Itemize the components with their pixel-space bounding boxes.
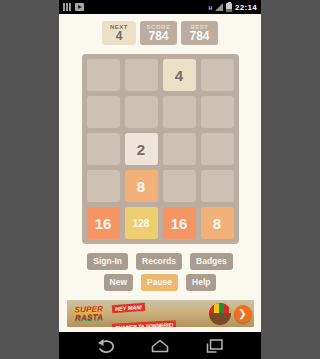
- tile-16: 16: [163, 207, 196, 239]
- best-box: BEST 784: [181, 21, 218, 45]
- tile-2: 2: [125, 133, 158, 165]
- android-nav-bar: [59, 332, 261, 359]
- next-value: 4: [102, 30, 136, 43]
- badges-button[interactable]: Badges: [190, 253, 233, 270]
- ad-cta-arrow-icon[interactable]: ❯: [234, 305, 252, 323]
- signal-icon: [215, 3, 223, 11]
- recents-icon[interactable]: [203, 338, 225, 354]
- notification-bars-icon: [63, 3, 71, 11]
- battery-icon: [226, 3, 232, 12]
- empty-cell: [125, 59, 158, 91]
- new-game-button[interactable]: New: [104, 274, 133, 291]
- sign-in-button[interactable]: Sign-In: [87, 253, 128, 270]
- menu-row-1: Sign-In Records Badges: [59, 253, 261, 270]
- ad-headline: HEY MAN!: [111, 302, 145, 312]
- status-bar: H 22:14: [59, 0, 261, 14]
- empty-cell: [163, 170, 196, 202]
- empty-cell: [201, 96, 234, 128]
- empty-cell: [87, 59, 120, 91]
- board[interactable]: 42816128168: [82, 54, 239, 244]
- score-value: 784: [140, 30, 177, 43]
- tile-8: 8: [125, 170, 158, 202]
- phone-screen: H 22:14 NEXT 4 SCORE 784 BEST 784 428161…: [59, 0, 261, 359]
- pause-button[interactable]: Pause: [141, 274, 178, 291]
- best-value: 784: [181, 30, 218, 43]
- network-type-label: H: [208, 5, 212, 11]
- ad-banner[interactable]: SUPER RASTA HEY MAN! CHANGE TA SONNERIE!…: [67, 300, 254, 327]
- ad-logo: SUPER RASTA: [68, 305, 109, 322]
- ad-subline: CHANGE TA SONNERIE!: [111, 320, 176, 327]
- tile-8: 8: [201, 207, 234, 239]
- menu-row-2: New Pause Help: [59, 274, 261, 291]
- back-icon[interactable]: [95, 338, 117, 354]
- tile-4: 4: [163, 59, 196, 91]
- ad-logo-line2: RASTA: [69, 313, 109, 322]
- play-store-notification-icon: [75, 3, 84, 11]
- ad-character-image: [209, 303, 231, 325]
- score-box: SCORE 784: [140, 21, 177, 45]
- empty-cell: [201, 59, 234, 91]
- empty-cell: [201, 133, 234, 165]
- empty-cell: [87, 133, 120, 165]
- records-button[interactable]: Records: [136, 253, 182, 270]
- empty-cell: [163, 133, 196, 165]
- empty-cell: [201, 170, 234, 202]
- score-header: NEXT 4 SCORE 784 BEST 784: [59, 14, 261, 45]
- ad-text: HEY MAN! CHANGE TA SONNERIE!: [109, 300, 209, 327]
- empty-cell: [125, 96, 158, 128]
- help-button[interactable]: Help: [186, 274, 216, 291]
- empty-cell: [87, 96, 120, 128]
- next-tile-box: NEXT 4: [102, 21, 136, 45]
- empty-cell: [163, 96, 196, 128]
- home-icon[interactable]: [149, 338, 171, 354]
- tile-128: 128: [125, 207, 158, 239]
- tile-16: 16: [87, 207, 120, 239]
- empty-cell: [87, 170, 120, 202]
- clock: 22:14: [235, 3, 257, 12]
